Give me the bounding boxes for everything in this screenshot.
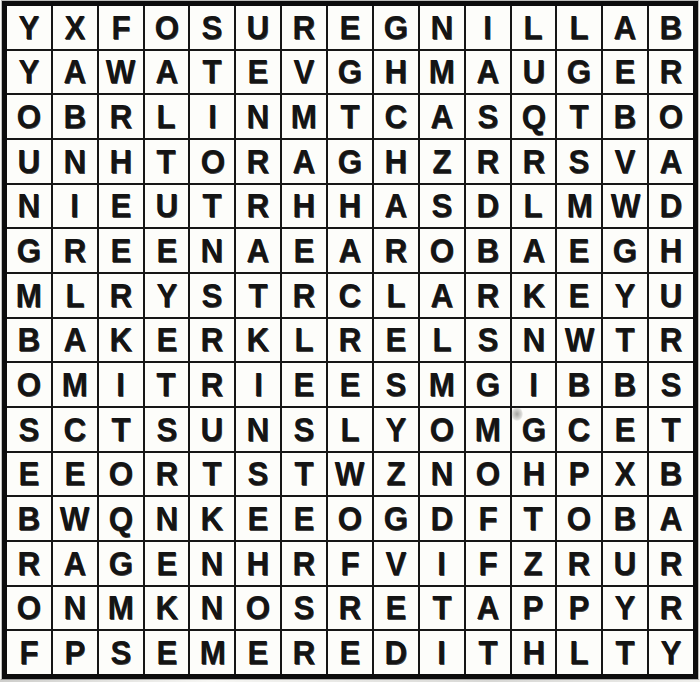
- grid-cell-r7c12[interactable]: K: [512, 274, 556, 317]
- grid-cell-r15c7[interactable]: R: [282, 631, 326, 674]
- grid-cell-r4c12[interactable]: R: [512, 140, 556, 183]
- grid-cell-r14c9[interactable]: E: [374, 587, 418, 630]
- grid-cell-r13c8[interactable]: F: [328, 542, 372, 585]
- grid-cell-r11c1[interactable]: E: [7, 453, 51, 496]
- grid-cell-r7c13[interactable]: E: [557, 274, 601, 317]
- grid-cell-r9c2[interactable]: M: [53, 363, 97, 406]
- grid-cell-r10c13[interactable]: C: [557, 408, 601, 451]
- grid-cell-r9c6[interactable]: I: [236, 363, 280, 406]
- grid-cell-r1c3[interactable]: F: [99, 6, 143, 49]
- grid-cell-r14c2[interactable]: N: [53, 587, 97, 630]
- grid-cell-r6c1[interactable]: G: [7, 229, 51, 272]
- grid-cell-r15c1[interactable]: F: [7, 631, 51, 674]
- grid-cell-r4c6[interactable]: R: [236, 140, 280, 183]
- grid-cell-r11c12[interactable]: H: [512, 453, 556, 496]
- wordsearch-board: YXFOSUREGNILLABYAWATEVGHMAUGEROBRLINMTCA…: [2, 1, 698, 679]
- grid-cell-r4c15[interactable]: A: [649, 140, 693, 183]
- grid-cell-r5c12[interactable]: L: [512, 185, 556, 228]
- grid-cell-r13c6[interactable]: H: [236, 542, 280, 585]
- grid-cell-r14c10[interactable]: T: [420, 587, 464, 630]
- grid-cell-r14c11[interactable]: A: [466, 587, 510, 630]
- letter-glyph: R: [339, 323, 362, 356]
- grid-cell-r9c4[interactable]: T: [145, 363, 189, 406]
- grid-cell-r10c8[interactable]: L: [328, 408, 372, 451]
- grid-cell-r13c11[interactable]: F: [466, 542, 510, 585]
- letter-glyph: G: [384, 11, 408, 44]
- grid-cell-r11c3[interactable]: O: [99, 453, 143, 496]
- grid-cell-r13c13[interactable]: R: [557, 542, 601, 585]
- grid-cell-r2c15[interactable]: R: [649, 51, 693, 94]
- letter-glyph: I: [437, 636, 446, 669]
- letter-glyph: F: [19, 636, 38, 669]
- grid-cell-r13c9[interactable]: V: [374, 542, 418, 585]
- grid-cell-r1c14[interactable]: A: [603, 6, 647, 49]
- grid-cell-r5c15[interactable]: D: [649, 185, 693, 228]
- letter-glyph: M: [16, 279, 42, 312]
- scanned-wordsearch-page: YXFOSUREGNILLABYAWATEVGHMAUGEROBRLINMTCA…: [0, 0, 700, 682]
- grid-cell-r4c1[interactable]: U: [7, 140, 51, 183]
- letter-glyph: O: [338, 502, 362, 535]
- grid-cell-r13c12[interactable]: Z: [512, 542, 556, 585]
- grid-cell-r6c8[interactable]: A: [328, 229, 372, 272]
- grid-cell-r8c9[interactable]: E: [374, 319, 418, 362]
- grid-cell-r12c2[interactable]: W: [53, 497, 97, 540]
- grid-cell-r15c5[interactable]: M: [190, 631, 234, 674]
- letter-glyph: A: [430, 100, 453, 133]
- letter-glyph: T: [570, 100, 589, 133]
- grid-cell-r12c7[interactable]: E: [282, 497, 326, 540]
- grid-cell-r1c2[interactable]: X: [53, 6, 97, 49]
- grid-cell-r2c5[interactable]: T: [190, 51, 234, 94]
- grid-cell-r2c7[interactable]: V: [282, 51, 326, 94]
- letter-glyph: D: [476, 189, 499, 222]
- letter-glyph: G: [384, 502, 408, 535]
- grid-cell-r1c11[interactable]: I: [466, 6, 510, 49]
- letter-glyph: N: [430, 11, 453, 44]
- letter-glyph: S: [110, 636, 131, 669]
- letter-glyph: B: [476, 234, 499, 267]
- grid-cell-r10c4[interactable]: S: [145, 408, 189, 451]
- grid-cell-r9c5[interactable]: R: [190, 363, 234, 406]
- letter-glyph: E: [294, 368, 315, 401]
- grid-cell-r10c7[interactable]: S: [282, 408, 326, 451]
- grid-cell-r9c1[interactable]: O: [7, 363, 51, 406]
- grid-cell-r8c8[interactable]: R: [328, 319, 372, 362]
- grid-cell-r5c8[interactable]: H: [328, 185, 372, 228]
- grid-cell-r13c1[interactable]: R: [7, 542, 51, 585]
- grid-cell-r4c4[interactable]: T: [145, 140, 189, 183]
- letter-glyph: B: [614, 368, 637, 401]
- grid-cell-r7c2[interactable]: L: [53, 274, 97, 317]
- grid-cell-r1c4[interactable]: O: [145, 6, 189, 49]
- grid-cell-r2c11[interactable]: A: [466, 51, 510, 94]
- grid-cell-r10c1[interactable]: S: [7, 408, 51, 451]
- grid-cell-r9c8[interactable]: E: [328, 363, 372, 406]
- grid-cell-r14c7[interactable]: S: [282, 587, 326, 630]
- letter-glyph: K: [109, 323, 132, 356]
- grid-cell-r2c13[interactable]: G: [557, 51, 601, 94]
- grid-cell-r6c7[interactable]: E: [282, 229, 326, 272]
- grid-cell-r2c3[interactable]: W: [99, 51, 143, 94]
- letter-glyph: T: [249, 279, 268, 312]
- grid-cell-r6c2[interactable]: R: [53, 229, 97, 272]
- letter-glyph: U: [18, 145, 41, 178]
- grid-cell-r4c8[interactable]: G: [328, 140, 372, 183]
- grid-cell-r2c1[interactable]: Y: [7, 51, 51, 94]
- grid-cell-r7c3[interactable]: R: [99, 274, 143, 317]
- grid-cell-r14c5[interactable]: N: [190, 587, 234, 630]
- grid-cell-r10c14[interactable]: E: [603, 408, 647, 451]
- grid-cell-r2c10[interactable]: M: [420, 51, 464, 94]
- grid-cell-r13c10[interactable]: I: [420, 542, 464, 585]
- grid-cell-r15c4[interactable]: E: [145, 631, 189, 674]
- grid-cell-r15c6[interactable]: E: [236, 631, 280, 674]
- grid-cell-r5c2[interactable]: I: [53, 185, 97, 228]
- grid-cell-r3c8[interactable]: T: [328, 95, 372, 138]
- grid-cell-r3c1[interactable]: O: [7, 95, 51, 138]
- grid-cell-r5c11[interactable]: D: [466, 185, 510, 228]
- grid-cell-r1c6[interactable]: U: [236, 6, 280, 49]
- grid-cell-r7c1[interactable]: M: [7, 274, 51, 317]
- grid-cell-r1c15[interactable]: B: [649, 6, 693, 49]
- letter-glyph: T: [203, 55, 222, 88]
- grid-cell-r6c5[interactable]: N: [190, 229, 234, 272]
- grid-cell-r14c13[interactable]: P: [557, 587, 601, 630]
- letter-glyph: U: [614, 547, 637, 580]
- grid-cell-r11c14[interactable]: X: [603, 453, 647, 496]
- grid-cell-r11c2[interactable]: E: [53, 453, 97, 496]
- grid-cell-r7c15[interactable]: U: [649, 274, 693, 317]
- letter-glyph: H: [247, 547, 270, 580]
- grid-cell-r4c11[interactable]: R: [466, 140, 510, 183]
- grid-cell-r11c7[interactable]: T: [282, 453, 326, 496]
- grid-cell-r4c3[interactable]: H: [99, 140, 143, 183]
- grid-cell-r6c15[interactable]: H: [649, 229, 693, 272]
- letter-glyph: E: [340, 636, 361, 669]
- grid-cell-r11c8[interactable]: W: [328, 453, 372, 496]
- letter-glyph: B: [63, 100, 86, 133]
- grid-cell-r12c11[interactable]: F: [466, 497, 510, 540]
- grid-cell-r1c8[interactable]: E: [328, 6, 372, 49]
- grid-cell-r8c1[interactable]: B: [7, 319, 51, 362]
- grid-cell-r2c6[interactable]: E: [236, 51, 280, 94]
- grid-cell-r8c13[interactable]: W: [557, 319, 601, 362]
- grid-cell-r12c3[interactable]: Q: [99, 497, 143, 540]
- grid-cell-r15c14[interactable]: T: [603, 631, 647, 674]
- grid-cell-r9c13[interactable]: B: [557, 363, 601, 406]
- letter-glyph: R: [247, 189, 270, 222]
- letter-glyph: R: [109, 279, 132, 312]
- grid-cell-r3c6[interactable]: N: [236, 95, 280, 138]
- grid-cell-r15c8[interactable]: E: [328, 631, 372, 674]
- grid-cell-r9c11[interactable]: G: [466, 363, 510, 406]
- letter-glyph: T: [524, 502, 543, 535]
- letter-glyph: N: [18, 189, 41, 222]
- letter-glyph: W: [610, 189, 640, 222]
- grid-cell-r6c3[interactable]: E: [99, 229, 143, 272]
- grid-cell-r11c15[interactable]: B: [649, 453, 693, 496]
- grid-cell-r7c10[interactable]: A: [420, 274, 464, 317]
- grid-cell-r14c3[interactable]: M: [99, 587, 143, 630]
- grid-cell-r3c14[interactable]: B: [603, 95, 647, 138]
- grid-cell-r5c6[interactable]: R: [236, 185, 280, 228]
- grid-cell-r14c6[interactable]: O: [236, 587, 280, 630]
- grid-cell-r4c5[interactable]: O: [190, 140, 234, 183]
- grid-cell-r9c3[interactable]: I: [99, 363, 143, 406]
- letter-glyph: S: [661, 368, 682, 401]
- letter-glyph: E: [156, 636, 177, 669]
- grid-cell-r5c1[interactable]: N: [7, 185, 51, 228]
- grid-cell-r7c4[interactable]: Y: [145, 274, 189, 317]
- letter-glyph: G: [338, 55, 362, 88]
- letter-glyph: R: [155, 457, 178, 490]
- grid-cell-r15c11[interactable]: T: [466, 631, 510, 674]
- grid-cell-r1c10[interactable]: N: [420, 6, 464, 49]
- grid-cell-r5c3[interactable]: E: [99, 185, 143, 228]
- grid-cell-r13c14[interactable]: U: [603, 542, 647, 585]
- grid-cell-r3c11[interactable]: S: [466, 95, 510, 138]
- letter-glyph: R: [109, 100, 132, 133]
- grid-cell-r6c9[interactable]: R: [374, 229, 418, 272]
- grid-cell-r5c7[interactable]: H: [282, 185, 326, 228]
- grid-cell-r10c5[interactable]: U: [190, 408, 234, 451]
- letter-glyph: V: [294, 55, 315, 88]
- grid-cell-r1c9[interactable]: G: [374, 6, 418, 49]
- letter-glyph: F: [478, 547, 497, 580]
- grid-cell-r13c5[interactable]: N: [190, 542, 234, 585]
- grid-cell-r3c10[interactable]: A: [420, 95, 464, 138]
- grid-cell-r3c12[interactable]: Q: [512, 95, 556, 138]
- grid-cell-r7c14[interactable]: Y: [603, 274, 647, 317]
- grid-cell-r9c12[interactable]: I: [512, 363, 556, 406]
- letter-glyph: S: [294, 413, 315, 446]
- grid-cell-r15c3[interactable]: S: [99, 631, 143, 674]
- grid-cell-r3c2[interactable]: B: [53, 95, 97, 138]
- letter-glyph: O: [475, 457, 499, 490]
- grid-cell-r8c6[interactable]: K: [236, 319, 280, 362]
- grid-cell-r1c7[interactable]: R: [282, 6, 326, 49]
- grid-cell-r8c4[interactable]: E: [145, 319, 189, 362]
- grid-cell-r2c9[interactable]: H: [374, 51, 418, 94]
- letter-glyph: L: [432, 323, 451, 356]
- grid-cell-r14c1[interactable]: O: [7, 587, 51, 630]
- grid-cell-r5c13[interactable]: M: [557, 185, 601, 228]
- grid-cell-r8c10[interactable]: L: [420, 319, 464, 362]
- letter-glyph: L: [524, 11, 543, 44]
- grid-cell-r10c11[interactable]: M: [466, 408, 510, 451]
- grid-cell-r11c4[interactable]: R: [145, 453, 189, 496]
- grid-cell-r12c1[interactable]: B: [7, 497, 51, 540]
- letter-glyph: A: [63, 547, 86, 580]
- grid-cell-r10c12[interactable]: G: [512, 408, 556, 451]
- grid-cell-r5c4[interactable]: U: [145, 185, 189, 228]
- grid-cell-r13c7[interactable]: R: [282, 542, 326, 585]
- grid-cell-r12c4[interactable]: N: [145, 497, 189, 540]
- grid-cell-r15c15[interactable]: Y: [649, 631, 693, 674]
- grid-cell-r5c5[interactable]: T: [190, 185, 234, 228]
- letter-glyph: G: [475, 368, 499, 401]
- grid-cell-r2c2[interactable]: A: [53, 51, 97, 94]
- grid-cell-r1c12[interactable]: L: [512, 6, 556, 49]
- letter-glyph: M: [108, 591, 134, 624]
- grid-cell-r7c6[interactable]: T: [236, 274, 280, 317]
- grid-cell-r14c4[interactable]: K: [145, 587, 189, 630]
- letter-glyph: B: [568, 368, 591, 401]
- grid-cell-r2c4[interactable]: A: [145, 51, 189, 94]
- grid-cell-r7c9[interactable]: L: [374, 274, 418, 317]
- grid-cell-r6c6[interactable]: A: [236, 229, 280, 272]
- letter-glyph: A: [63, 323, 86, 356]
- grid-cell-r13c2[interactable]: A: [53, 542, 97, 585]
- grid-cell-r10c3[interactable]: T: [99, 408, 143, 451]
- grid-cell-r11c9[interactable]: Z: [374, 453, 418, 496]
- grid-cell-r13c15[interactable]: R: [649, 542, 693, 585]
- grid-cell-r8c14[interactable]: T: [603, 319, 647, 362]
- letter-glyph: Z: [432, 145, 451, 178]
- grid-cell-r11c5[interactable]: T: [190, 453, 234, 496]
- grid-cell-r8c2[interactable]: A: [53, 319, 97, 362]
- letter-glyph: Y: [156, 279, 177, 312]
- letter-glyph: S: [156, 413, 177, 446]
- grid-cell-r8c15[interactable]: R: [649, 319, 693, 362]
- grid-cell-r10c6[interactable]: N: [236, 408, 280, 451]
- letter-glyph: B: [614, 100, 637, 133]
- grid-cell-r14c14[interactable]: Y: [603, 587, 647, 630]
- letter-glyph: R: [476, 279, 499, 312]
- letter-glyph: O: [659, 100, 683, 133]
- grid-cell-r2c14[interactable]: E: [603, 51, 647, 94]
- grid-cell-r15c2[interactable]: P: [53, 631, 97, 674]
- letter-glyph: S: [18, 413, 39, 446]
- grid-cell-r10c15[interactable]: T: [649, 408, 693, 451]
- letter-glyph: N: [63, 145, 86, 178]
- letter-glyph: G: [338, 145, 362, 178]
- grid-cell-r11c10[interactable]: N: [420, 453, 464, 496]
- grid-cell-r8c5[interactable]: R: [190, 319, 234, 362]
- grid-cell-r12c13[interactable]: O: [557, 497, 601, 540]
- letter-glyph: H: [385, 145, 408, 178]
- grid-cell-r1c13[interactable]: L: [557, 6, 601, 49]
- grid-cell-r1c5[interactable]: S: [190, 6, 234, 49]
- grid-cell-r3c4[interactable]: L: [145, 95, 189, 138]
- grid-cell-r12c9[interactable]: G: [374, 497, 418, 540]
- grid-cell-r12c12[interactable]: T: [512, 497, 556, 540]
- grid-cell-r9c7[interactable]: E: [282, 363, 326, 406]
- grid-cell-r12c14[interactable]: B: [603, 497, 647, 540]
- letter-glyph: U: [247, 11, 270, 44]
- grid-cell-r14c8[interactable]: R: [328, 587, 372, 630]
- grid-cell-r12c8[interactable]: O: [328, 497, 372, 540]
- letter-glyph: M: [199, 636, 225, 669]
- grid-cell-r10c10[interactable]: O: [420, 408, 464, 451]
- grid-cell-r11c6[interactable]: S: [236, 453, 280, 496]
- grid-cell-r15c12[interactable]: H: [512, 631, 556, 674]
- grid-cell-r9c14[interactable]: B: [603, 363, 647, 406]
- letter-glyph: S: [202, 11, 223, 44]
- letter-glyph: M: [566, 189, 592, 222]
- grid-cell-r4c7[interactable]: A: [282, 140, 326, 183]
- grid-cell-r4c14[interactable]: V: [603, 140, 647, 183]
- grid-cell-r12c5[interactable]: K: [190, 497, 234, 540]
- letter-glyph: A: [293, 145, 316, 178]
- grid-cell-r6c10[interactable]: O: [420, 229, 464, 272]
- grid-cell-r4c13[interactable]: S: [557, 140, 601, 183]
- letter-glyph: O: [108, 457, 132, 490]
- grid-cell-r7c7[interactable]: R: [282, 274, 326, 317]
- grid-cell-r13c4[interactable]: E: [145, 542, 189, 585]
- grid-cell-r6c12[interactable]: A: [512, 229, 556, 272]
- grid-cell-r6c14[interactable]: G: [603, 229, 647, 272]
- letter-glyph: A: [476, 55, 499, 88]
- grid-cell-r12c15[interactable]: A: [649, 497, 693, 540]
- grid-cell-r13c3[interactable]: G: [99, 542, 143, 585]
- grid-cell-r8c3[interactable]: K: [99, 319, 143, 362]
- grid-cell-r12c6[interactable]: E: [236, 497, 280, 540]
- grid-cell-r1c1[interactable]: Y: [7, 6, 51, 49]
- letter-glyph: A: [247, 234, 270, 267]
- grid-cell-r3c3[interactable]: R: [99, 95, 143, 138]
- grid-cell-r15c10[interactable]: I: [420, 631, 464, 674]
- grid-cell-r14c15[interactable]: R: [649, 587, 693, 630]
- grid-cell-r4c10[interactable]: Z: [420, 140, 464, 183]
- grid-cell-r5c9[interactable]: A: [374, 185, 418, 228]
- letter-glyph: E: [18, 457, 39, 490]
- letter-glyph: C: [568, 413, 591, 446]
- grid-cell-r11c11[interactable]: O: [466, 453, 510, 496]
- grid-cell-r3c7[interactable]: M: [282, 95, 326, 138]
- grid-cell-r7c5[interactable]: S: [190, 274, 234, 317]
- letter-glyph: R: [293, 279, 316, 312]
- grid-cell-r6c4[interactable]: E: [145, 229, 189, 272]
- grid-cell-r10c2[interactable]: C: [53, 408, 97, 451]
- grid-cell-r11c13[interactable]: P: [557, 453, 601, 496]
- grid-cell-r6c13[interactable]: E: [557, 229, 601, 272]
- letter-glyph: T: [661, 413, 680, 446]
- grid-cell-r7c11[interactable]: R: [466, 274, 510, 317]
- grid-cell-r4c2[interactable]: N: [53, 140, 97, 183]
- grid-cell-r9c15[interactable]: S: [649, 363, 693, 406]
- grid-cell-r4c9[interactable]: H: [374, 140, 418, 183]
- grid-cell-r12c10[interactable]: D: [420, 497, 464, 540]
- grid-cell-r8c12[interactable]: N: [512, 319, 556, 362]
- grid-cell-r15c9[interactable]: D: [374, 631, 418, 674]
- grid-cell-r10c9[interactable]: Y: [374, 408, 418, 451]
- grid-cell-r3c13[interactable]: T: [557, 95, 601, 138]
- letter-glyph: D: [660, 189, 683, 222]
- grid-cell-r7c8[interactable]: C: [328, 274, 372, 317]
- grid-cell-r6c11[interactable]: B: [466, 229, 510, 272]
- grid-cell-r15c13[interactable]: L: [557, 631, 601, 674]
- grid-cell-r2c8[interactable]: G: [328, 51, 372, 94]
- grid-cell-r14c12[interactable]: P: [512, 587, 556, 630]
- grid-cell-r5c14[interactable]: W: [603, 185, 647, 228]
- letter-glyph: W: [106, 55, 136, 88]
- letter-glyph: O: [17, 100, 41, 133]
- grid-cell-r3c5[interactable]: I: [190, 95, 234, 138]
- letter-glyph: N: [430, 457, 453, 490]
- grid-cell-r8c7[interactable]: L: [282, 319, 326, 362]
- letter-glyph: H: [339, 189, 362, 222]
- grid-cell-r2c12[interactable]: U: [512, 51, 556, 94]
- letter-glyph: I: [70, 189, 79, 222]
- grid-cell-r8c11[interactable]: S: [466, 319, 510, 362]
- grid-cell-r3c15[interactable]: O: [649, 95, 693, 138]
- grid-cell-r9c9[interactable]: S: [374, 363, 418, 406]
- grid-cell-r3c9[interactable]: C: [374, 95, 418, 138]
- grid-cell-r9c10[interactable]: M: [420, 363, 464, 406]
- grid-cell-r5c10[interactable]: S: [420, 185, 464, 228]
- letter-glyph: O: [200, 145, 224, 178]
